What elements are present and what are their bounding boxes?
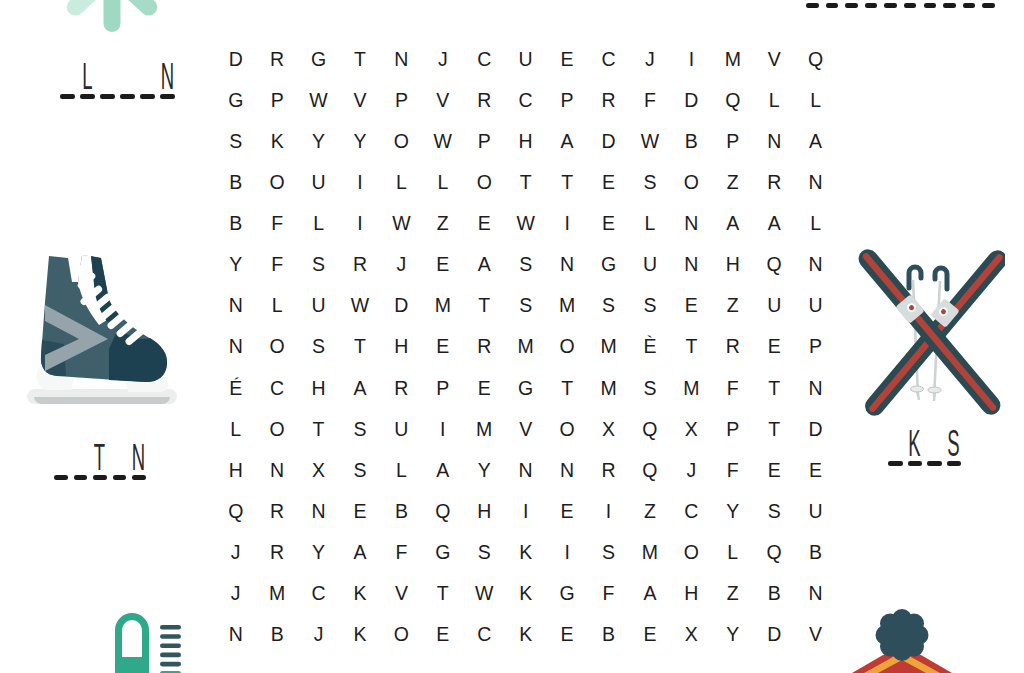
- grid-cell[interactable]: E: [339, 491, 380, 532]
- answer-slot[interactable]: K: [908, 428, 923, 466]
- grid-cell[interactable]: Z: [712, 573, 753, 614]
- grid-cell[interactable]: K: [505, 614, 546, 655]
- grid-cell[interactable]: V: [753, 39, 794, 80]
- grid-cell[interactable]: W: [298, 80, 339, 121]
- grid-cell[interactable]: V: [422, 80, 463, 121]
- grid-cell[interactable]: E: [546, 39, 587, 80]
- grid-cell[interactable]: P: [712, 121, 753, 162]
- grid-cell[interactable]: S: [588, 286, 629, 327]
- grid-cell[interactable]: F: [256, 203, 297, 244]
- grid-cell[interactable]: J: [629, 39, 670, 80]
- grid-cell[interactable]: P: [546, 80, 587, 121]
- clue-blank-snowflake[interactable]: LN: [60, 61, 175, 99]
- grid-cell[interactable]: B: [215, 162, 256, 203]
- grid-cell[interactable]: L: [422, 162, 463, 203]
- grid-cell[interactable]: M: [422, 286, 463, 327]
- worksheet: DRGTNJCUECJIMVQGPWVPVRCPRFDQLLSKYYOWPHAD…: [0, 0, 1024, 673]
- grid-cell[interactable]: U: [298, 162, 339, 203]
- grid-cell[interactable]: Q: [629, 409, 670, 450]
- answer-slot[interactable]: [845, 1, 858, 8]
- grid-cell[interactable]: Q: [422, 491, 463, 532]
- grid-cell[interactable]: N: [298, 491, 339, 532]
- grid-cell[interactable]: T: [464, 286, 505, 327]
- grid-cell[interactable]: C: [464, 39, 505, 80]
- revealed-letter: L: [82, 61, 92, 92]
- grid-cell[interactable]: E: [422, 614, 463, 655]
- grid-cell[interactable]: M: [505, 327, 546, 368]
- grid-cell[interactable]: A: [795, 121, 836, 162]
- grid-cell[interactable]: Q: [629, 450, 670, 491]
- answer-slot[interactable]: T: [93, 442, 107, 480]
- grid-cell[interactable]: A: [712, 203, 753, 244]
- grid-cell[interactable]: Q: [795, 39, 836, 80]
- grid-cell[interactable]: R: [256, 491, 297, 532]
- answer-slot[interactable]: [113, 442, 127, 480]
- grid-cell[interactable]: C: [256, 368, 297, 409]
- grid-cell[interactable]: T: [546, 162, 587, 203]
- grid-cell[interactable]: V: [381, 573, 422, 614]
- answer-slot[interactable]: [884, 1, 897, 8]
- grid-cell[interactable]: N: [795, 244, 836, 285]
- grid-cell[interactable]: M: [546, 286, 587, 327]
- grid-cell[interactable]: S: [629, 286, 670, 327]
- grid-cell[interactable]: I: [339, 203, 380, 244]
- grid-cell[interactable]: C: [505, 80, 546, 121]
- grid-cell[interactable]: H: [464, 491, 505, 532]
- grid-cell[interactable]: J: [215, 573, 256, 614]
- grid-cell[interactable]: H: [381, 327, 422, 368]
- blank-dash: [845, 3, 858, 8]
- grid-cell[interactable]: É: [215, 368, 256, 409]
- grid-cell[interactable]: X: [671, 614, 712, 655]
- grid-cell[interactable]: S: [464, 532, 505, 573]
- grid-cell[interactable]: C: [588, 39, 629, 80]
- grid-cell[interactable]: L: [795, 203, 836, 244]
- grid-cell[interactable]: M: [629, 532, 670, 573]
- grid-cell[interactable]: W: [505, 203, 546, 244]
- grid-cell[interactable]: S: [339, 450, 380, 491]
- answer-slot[interactable]: N: [132, 442, 146, 480]
- grid-cell[interactable]: I: [422, 409, 463, 450]
- answer-slot[interactable]: [927, 428, 942, 466]
- blank-dash: [982, 3, 995, 8]
- grid-cell[interactable]: T: [546, 368, 587, 409]
- grid-cell[interactable]: C: [298, 573, 339, 614]
- grid-cell[interactable]: T: [505, 162, 546, 203]
- grid-cell[interactable]: F: [256, 244, 297, 285]
- answer-slot[interactable]: [826, 1, 839, 8]
- grid-cell[interactable]: H: [505, 121, 546, 162]
- grid-cell[interactable]: O: [464, 162, 505, 203]
- grid-cell[interactable]: R: [712, 327, 753, 368]
- grid-cell[interactable]: B: [588, 614, 629, 655]
- grid-cell[interactable]: Z: [629, 491, 670, 532]
- grid-cell[interactable]: Z: [422, 203, 463, 244]
- blank-dash: [120, 94, 135, 99]
- grid-cell[interactable]: L: [215, 409, 256, 450]
- blank-dash: [140, 94, 155, 99]
- grid-cell[interactable]: O: [546, 327, 587, 368]
- grid-cell[interactable]: E: [464, 203, 505, 244]
- grid-cell[interactable]: W: [422, 121, 463, 162]
- grid-cell[interactable]: N: [256, 450, 297, 491]
- blank-dash: [927, 461, 942, 466]
- grid-cell[interactable]: G: [422, 532, 463, 573]
- grid-cell[interactable]: Q: [215, 491, 256, 532]
- grid-cell[interactable]: U: [381, 409, 422, 450]
- revealed-letter: N: [161, 61, 174, 92]
- grid-cell[interactable]: K: [339, 573, 380, 614]
- grid-cell[interactable]: E: [546, 614, 587, 655]
- grid-cell[interactable]: A: [339, 532, 380, 573]
- grid-cell[interactable]: M: [256, 573, 297, 614]
- grid-cell[interactable]: N: [795, 573, 836, 614]
- grid-cell[interactable]: H: [215, 450, 256, 491]
- grid-cell[interactable]: T: [339, 327, 380, 368]
- grid-cell[interactable]: R: [753, 162, 794, 203]
- grid-cell[interactable]: A: [629, 573, 670, 614]
- grid-cell[interactable]: Q: [753, 532, 794, 573]
- grid-cell[interactable]: W: [381, 203, 422, 244]
- grid-cell[interactable]: D: [671, 80, 712, 121]
- grid-cell[interactable]: N: [671, 244, 712, 285]
- clue-blank-skis[interactable]: KS: [888, 428, 961, 466]
- grid-cell[interactable]: Y: [298, 121, 339, 162]
- grid-cell[interactable]: L: [381, 162, 422, 203]
- grid-cell[interactable]: B: [215, 203, 256, 244]
- grid-cell[interactable]: A: [753, 203, 794, 244]
- grid-cell[interactable]: F: [712, 368, 753, 409]
- grid-cell[interactable]: J: [298, 614, 339, 655]
- grid-cell[interactable]: È: [629, 327, 670, 368]
- grid-cell[interactable]: S: [629, 162, 670, 203]
- answer-slot[interactable]: [54, 442, 68, 480]
- grid-cell[interactable]: N: [215, 286, 256, 327]
- grid-cell[interactable]: R: [588, 80, 629, 121]
- grid-cell[interactable]: M: [671, 368, 712, 409]
- grid-cell[interactable]: W: [464, 573, 505, 614]
- grid-cell[interactable]: B: [381, 491, 422, 532]
- grid-cell[interactable]: N: [671, 203, 712, 244]
- grid-cell[interactable]: R: [588, 450, 629, 491]
- grid-cell[interactable]: U: [795, 286, 836, 327]
- grid-cell[interactable]: C: [671, 491, 712, 532]
- grid-cell[interactable]: S: [298, 244, 339, 285]
- grid-cell[interactable]: R: [464, 327, 505, 368]
- answer-slot[interactable]: S: [947, 428, 962, 466]
- grid-cell[interactable]: P: [795, 327, 836, 368]
- grid-cell[interactable]: A: [422, 450, 463, 491]
- grid-cell[interactable]: Q: [712, 80, 753, 121]
- grid-cell[interactable]: A: [464, 244, 505, 285]
- answer-slot[interactable]: [888, 428, 903, 466]
- grid-cell[interactable]: N: [381, 39, 422, 80]
- grid-cell[interactable]: R: [256, 532, 297, 573]
- grid-cell[interactable]: P: [381, 80, 422, 121]
- revealed-letter: N: [132, 442, 145, 473]
- answer-slot[interactable]: L: [80, 61, 95, 99]
- grid-cell[interactable]: G: [546, 573, 587, 614]
- grid-cell[interactable]: W: [339, 286, 380, 327]
- grid-cell[interactable]: D: [381, 286, 422, 327]
- grid-cell[interactable]: K: [256, 121, 297, 162]
- grid-cell[interactable]: X: [588, 409, 629, 450]
- grid-cell[interactable]: S: [753, 491, 794, 532]
- grid-cell[interactable]: P: [464, 121, 505, 162]
- grid-cell[interactable]: N: [505, 450, 546, 491]
- grid-cell[interactable]: A: [546, 121, 587, 162]
- grid-cell[interactable]: E: [753, 450, 794, 491]
- blank-dash: [888, 461, 903, 466]
- grid-cell[interactable]: J: [215, 532, 256, 573]
- answer-slot[interactable]: [140, 61, 155, 99]
- word-search-grid: DRGTNJCUECJIMVQGPWVPVRCPRFDQLLSKYYOWPHAD…: [215, 39, 836, 655]
- grid-cell[interactable]: I: [339, 162, 380, 203]
- grid-cell[interactable]: N: [546, 450, 587, 491]
- grid-cell[interactable]: R: [464, 80, 505, 121]
- grid-cell[interactable]: P: [712, 409, 753, 450]
- grid-cell[interactable]: P: [256, 80, 297, 121]
- grid-cell[interactable]: Y: [712, 491, 753, 532]
- grid-cell[interactable]: F: [381, 532, 422, 573]
- blank-dash: [806, 3, 819, 8]
- blank-dash: [865, 3, 878, 8]
- blank-dash: [963, 3, 976, 8]
- blank-dash: [74, 475, 88, 480]
- grid-cell[interactable]: X: [298, 450, 339, 491]
- grid-cell[interactable]: T: [422, 573, 463, 614]
- snowflake-icon: [48, 0, 188, 36]
- grid-cell[interactable]: H: [671, 573, 712, 614]
- grid-cell[interactable]: O: [256, 327, 297, 368]
- grid-cell[interactable]: T: [298, 409, 339, 450]
- grid-cell[interactable]: B: [753, 573, 794, 614]
- grid-cell[interactable]: S: [629, 368, 670, 409]
- grid-cell[interactable]: J: [422, 39, 463, 80]
- grid-cell[interactable]: E: [588, 162, 629, 203]
- grid-cell[interactable]: T: [671, 327, 712, 368]
- grid-cell[interactable]: Y: [339, 121, 380, 162]
- answer-slot[interactable]: [865, 1, 878, 8]
- grid-cell[interactable]: V: [505, 409, 546, 450]
- grid-cell[interactable]: G: [588, 244, 629, 285]
- grid-cell[interactable]: F: [712, 450, 753, 491]
- blank-dash: [884, 3, 897, 8]
- grid-cell[interactable]: U: [298, 286, 339, 327]
- revealed-letter: K: [909, 428, 921, 459]
- winter-hat-icon: [842, 597, 962, 673]
- grid-cell[interactable]: L: [795, 80, 836, 121]
- grid-cell[interactable]: L: [256, 286, 297, 327]
- grid-cell[interactable]: Y: [712, 614, 753, 655]
- grid-cell[interactable]: B: [795, 532, 836, 573]
- grid-cell[interactable]: W: [629, 121, 670, 162]
- answer-slot[interactable]: N: [160, 61, 175, 99]
- blank-dash: [100, 94, 115, 99]
- grid-cell[interactable]: M: [588, 327, 629, 368]
- grid-cell[interactable]: H: [712, 244, 753, 285]
- grid-cell[interactable]: O: [671, 532, 712, 573]
- grid-cell[interactable]: O: [381, 121, 422, 162]
- blank-dash: [54, 475, 68, 480]
- grid-cell[interactable]: N: [753, 121, 794, 162]
- grid-cell[interactable]: I: [588, 491, 629, 532]
- answer-slot[interactable]: [943, 1, 956, 8]
- grid-cell[interactable]: M: [588, 368, 629, 409]
- blank-dash: [924, 3, 937, 8]
- grid-cell[interactable]: P: [422, 368, 463, 409]
- grid-cell[interactable]: J: [671, 450, 712, 491]
- grid-cell[interactable]: N: [215, 327, 256, 368]
- grid-cell[interactable]: T: [753, 368, 794, 409]
- grid-cell[interactable]: R: [256, 39, 297, 80]
- answer-slot[interactable]: [904, 1, 917, 8]
- revealed-letter: T: [94, 442, 105, 473]
- grid-cell[interactable]: N: [795, 162, 836, 203]
- thermometer-icon: [112, 610, 184, 673]
- grid-cell[interactable]: L: [298, 203, 339, 244]
- grid-cell[interactable]: S: [215, 121, 256, 162]
- grid-cell[interactable]: C: [464, 614, 505, 655]
- ice-skate-icon: [12, 242, 187, 417]
- grid-cell[interactable]: K: [505, 573, 546, 614]
- grid-cell[interactable]: Z: [712, 162, 753, 203]
- grid-cell[interactable]: L: [712, 532, 753, 573]
- blank-dash: [943, 3, 956, 8]
- clue-blank-skate[interactable]: TN: [54, 442, 146, 480]
- grid-cell[interactable]: E: [422, 244, 463, 285]
- grid-cell[interactable]: K: [339, 614, 380, 655]
- grid-cell[interactable]: I: [671, 39, 712, 80]
- grid-cell[interactable]: H: [298, 368, 339, 409]
- grid-cell[interactable]: J: [381, 244, 422, 285]
- grid-cell[interactable]: E: [588, 203, 629, 244]
- grid-cell[interactable]: S: [298, 327, 339, 368]
- grid-cell[interactable]: E: [422, 327, 463, 368]
- grid-cell[interactable]: L: [629, 203, 670, 244]
- blank-dash: [904, 3, 917, 8]
- grid-cell[interactable]: E: [464, 368, 505, 409]
- grid-cell[interactable]: L: [753, 80, 794, 121]
- grid-cell[interactable]: T: [339, 39, 380, 80]
- grid-cell[interactable]: E: [753, 327, 794, 368]
- grid-cell[interactable]: G: [298, 39, 339, 80]
- grid-cell[interactable]: L: [381, 450, 422, 491]
- grid-cell[interactable]: Y: [464, 450, 505, 491]
- grid-cell[interactable]: D: [588, 121, 629, 162]
- answer-slot[interactable]: [100, 61, 115, 99]
- grid-cell[interactable]: F: [629, 80, 670, 121]
- grid-cell[interactable]: U: [629, 244, 670, 285]
- blank-dash: [826, 3, 839, 8]
- grid-cell[interactable]: E: [795, 450, 836, 491]
- grid-cell[interactable]: S: [588, 532, 629, 573]
- grid-cell[interactable]: O: [546, 409, 587, 450]
- grid-cell[interactable]: I: [505, 491, 546, 532]
- grid-cell[interactable]: N: [546, 244, 587, 285]
- grid-cell[interactable]: Y: [215, 244, 256, 285]
- grid-cell[interactable]: K: [505, 532, 546, 573]
- answer-slot[interactable]: [120, 61, 135, 99]
- grid-cell[interactable]: U: [753, 286, 794, 327]
- grid-cell[interactable]: R: [381, 368, 422, 409]
- grid-cell[interactable]: D: [795, 409, 836, 450]
- grid-cell[interactable]: N: [795, 368, 836, 409]
- answer-slot[interactable]: [982, 1, 995, 8]
- grid-cell[interactable]: M: [464, 409, 505, 450]
- grid-cell[interactable]: G: [215, 80, 256, 121]
- skis-icon: [850, 246, 1005, 426]
- grid-cell[interactable]: F: [588, 573, 629, 614]
- grid-cell[interactable]: V: [795, 614, 836, 655]
- grid-cell[interactable]: S: [505, 244, 546, 285]
- answer-slot[interactable]: [74, 442, 88, 480]
- grid-cell[interactable]: E: [546, 491, 587, 532]
- grid-cell[interactable]: O: [381, 614, 422, 655]
- grid-cell[interactable]: X: [671, 409, 712, 450]
- grid-cell[interactable]: D: [215, 39, 256, 80]
- grid-cell[interactable]: S: [339, 409, 380, 450]
- grid-cell[interactable]: O: [671, 162, 712, 203]
- grid-cell[interactable]: Z: [712, 286, 753, 327]
- grid-cell[interactable]: S: [505, 286, 546, 327]
- grid-cell[interactable]: N: [215, 614, 256, 655]
- grid-cell[interactable]: A: [339, 368, 380, 409]
- grid-cell[interactable]: U: [505, 39, 546, 80]
- clue-blank-top-right[interactable]: [806, 1, 995, 8]
- revealed-letter: S: [948, 428, 960, 459]
- grid-cell[interactable]: R: [339, 244, 380, 285]
- blank-dash: [60, 94, 75, 99]
- answer-slot[interactable]: [963, 1, 976, 8]
- grid-cell[interactable]: E: [671, 286, 712, 327]
- grid-cell[interactable]: Q: [753, 244, 794, 285]
- answer-slot[interactable]: [60, 61, 75, 99]
- answer-slot[interactable]: [806, 1, 819, 8]
- grid-cell[interactable]: B: [256, 614, 297, 655]
- grid-cell[interactable]: U: [795, 491, 836, 532]
- blank-dash: [113, 475, 127, 480]
- grid-cell[interactable]: E: [629, 614, 670, 655]
- grid-cell[interactable]: O: [256, 162, 297, 203]
- grid-cell[interactable]: T: [753, 409, 794, 450]
- grid-cell[interactable]: G: [505, 368, 546, 409]
- grid-cell[interactable]: D: [753, 614, 794, 655]
- grid-cell[interactable]: M: [712, 39, 753, 80]
- grid-cell[interactable]: O: [256, 409, 297, 450]
- grid-cell[interactable]: V: [339, 80, 380, 121]
- grid-cell[interactable]: I: [546, 203, 587, 244]
- answer-slot[interactable]: [924, 1, 937, 8]
- grid-cell[interactable]: I: [546, 532, 587, 573]
- grid-cell[interactable]: B: [671, 121, 712, 162]
- grid-cell[interactable]: Y: [298, 532, 339, 573]
